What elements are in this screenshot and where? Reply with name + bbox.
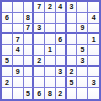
cell-r8c9[interactable]: 3 bbox=[88, 77, 99, 88]
cell-r6c5[interactable] bbox=[45, 56, 56, 67]
cell-r7c1[interactable] bbox=[2, 67, 13, 78]
cell-r1c5[interactable]: 2 bbox=[45, 2, 56, 13]
cell-r3c9[interactable] bbox=[88, 24, 99, 35]
cell-r2c4[interactable] bbox=[34, 13, 45, 24]
cell-r9c6[interactable]: 2 bbox=[56, 88, 67, 99]
cell-r7c3[interactable] bbox=[24, 67, 35, 78]
cell-r6c2[interactable] bbox=[13, 56, 24, 67]
cell-r7c8[interactable] bbox=[77, 67, 88, 78]
cell-r7c4[interactable] bbox=[34, 67, 45, 78]
cell-r2c8[interactable] bbox=[77, 13, 88, 24]
cell-r4c1[interactable] bbox=[2, 34, 13, 45]
cell-r9c9[interactable] bbox=[88, 88, 99, 99]
cell-r7c2[interactable]: 9 bbox=[13, 67, 24, 78]
cell-r5c3[interactable] bbox=[24, 45, 35, 56]
cell-r8c2[interactable] bbox=[13, 77, 24, 88]
cell-r8c8[interactable] bbox=[77, 77, 88, 88]
cell-r7c5[interactable] bbox=[45, 67, 56, 78]
cell-r3c4[interactable]: 3 bbox=[34, 24, 45, 35]
cell-r7c7[interactable]: 2 bbox=[67, 67, 78, 78]
cell-r8c7[interactable]: 5 bbox=[67, 77, 78, 88]
cell-r5c7[interactable] bbox=[67, 45, 78, 56]
cell-r2c1[interactable]: 6 bbox=[2, 13, 13, 24]
cell-r8c1[interactable]: 2 bbox=[2, 77, 13, 88]
cell-r1c8[interactable] bbox=[77, 2, 88, 13]
cell-r3c7[interactable] bbox=[67, 24, 78, 35]
cell-r5c4[interactable] bbox=[34, 45, 45, 56]
cell-r1c7[interactable]: 3 bbox=[67, 2, 78, 13]
cell-r9c7[interactable] bbox=[67, 88, 78, 99]
cell-r1c6[interactable]: 4 bbox=[56, 2, 67, 13]
cell-r4c7[interactable] bbox=[67, 34, 78, 45]
cell-r1c9[interactable] bbox=[88, 2, 99, 13]
cell-r1c4[interactable]: 7 bbox=[34, 2, 45, 13]
cell-r3c5[interactable] bbox=[45, 24, 56, 35]
cell-r3c1[interactable] bbox=[2, 24, 13, 35]
cell-r9c1[interactable] bbox=[2, 88, 13, 99]
cell-r8c4[interactable] bbox=[34, 77, 45, 88]
cell-r9c5[interactable]: 8 bbox=[45, 88, 56, 99]
cell-r4c3[interactable] bbox=[24, 34, 35, 45]
cell-r7c9[interactable] bbox=[88, 67, 99, 78]
cell-r5c2[interactable]: 4 bbox=[13, 45, 24, 56]
sudoku-board: 72436847397614155239322535682 bbox=[0, 0, 101, 101]
cell-r5c6[interactable] bbox=[56, 45, 67, 56]
cell-r5c8[interactable]: 5 bbox=[77, 45, 88, 56]
cell-r4c2[interactable]: 7 bbox=[13, 34, 24, 45]
cell-r7c6[interactable]: 3 bbox=[56, 67, 67, 78]
cell-r9c2[interactable] bbox=[13, 88, 24, 99]
cell-r1c1[interactable] bbox=[2, 2, 13, 13]
cell-r8c6[interactable] bbox=[56, 77, 67, 88]
cell-r3c2[interactable] bbox=[13, 24, 24, 35]
cell-r6c6[interactable] bbox=[56, 56, 67, 67]
cell-r5c5[interactable]: 1 bbox=[45, 45, 56, 56]
cell-r6c8[interactable]: 3 bbox=[77, 56, 88, 67]
cell-r2c5[interactable] bbox=[45, 13, 56, 24]
cell-r4c4[interactable] bbox=[34, 34, 45, 45]
cell-r4c8[interactable] bbox=[77, 34, 88, 45]
cell-r8c3[interactable] bbox=[24, 77, 35, 88]
cell-r9c3[interactable]: 5 bbox=[24, 88, 35, 99]
cell-r2c2[interactable] bbox=[13, 13, 24, 24]
cell-r2c6[interactable] bbox=[56, 13, 67, 24]
cell-r6c1[interactable]: 5 bbox=[2, 56, 13, 67]
cell-r8c5[interactable] bbox=[45, 77, 56, 88]
cell-r2c3[interactable]: 8 bbox=[24, 13, 35, 24]
cell-r6c9[interactable] bbox=[88, 56, 99, 67]
cell-r6c4[interactable]: 2 bbox=[34, 56, 45, 67]
cell-r1c2[interactable] bbox=[13, 2, 24, 13]
cell-r3c8[interactable]: 9 bbox=[77, 24, 88, 35]
cell-r2c9[interactable]: 4 bbox=[88, 13, 99, 24]
cell-r6c3[interactable] bbox=[24, 56, 35, 67]
cell-r4c9[interactable]: 1 bbox=[88, 34, 99, 45]
cell-r4c6[interactable]: 6 bbox=[56, 34, 67, 45]
cell-r3c3[interactable]: 7 bbox=[24, 24, 35, 35]
cell-r9c4[interactable]: 6 bbox=[34, 88, 45, 99]
cell-r2c7[interactable] bbox=[67, 13, 78, 24]
cell-r4c5[interactable] bbox=[45, 34, 56, 45]
cell-r5c9[interactable] bbox=[88, 45, 99, 56]
cell-r6c7[interactable] bbox=[67, 56, 78, 67]
cell-r9c8[interactable] bbox=[77, 88, 88, 99]
cell-r1c3[interactable] bbox=[24, 2, 35, 13]
cell-r3c6[interactable] bbox=[56, 24, 67, 35]
cell-r5c1[interactable] bbox=[2, 45, 13, 56]
